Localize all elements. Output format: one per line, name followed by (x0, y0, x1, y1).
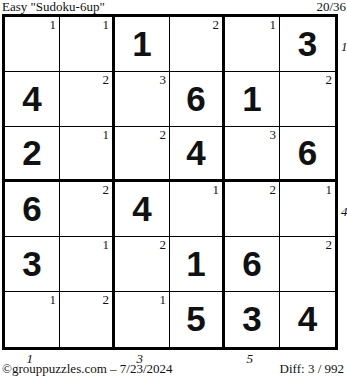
cell-r5c4[interactable]: 1 (170, 237, 225, 292)
cell-r1c1[interactable]: 1 (5, 17, 60, 72)
cell-r3c3[interactable]: 2 (115, 127, 170, 182)
corner-mark: 2 (103, 182, 110, 197)
cell-r6c6[interactable]: 4 (280, 292, 335, 347)
puzzle-page: Easy "Sudoku-6up" 20/36 1112134236122124… (0, 0, 347, 381)
given-digit: 3 (22, 246, 41, 283)
row-label-4: 4 (341, 205, 347, 219)
cell-r4c3[interactable]: 4 (115, 182, 170, 237)
page-title: Easy "Sudoku-6up" (2, 0, 105, 14)
cell-r3c1[interactable]: 2 (5, 127, 60, 182)
corner-mark: 1 (213, 182, 220, 197)
given-digit: 3 (242, 301, 261, 338)
corner-mark: 2 (326, 72, 333, 87)
given-digit: 1 (132, 26, 151, 63)
cell-r1c4[interactable]: 2 (170, 17, 225, 72)
cell-r2c4[interactable]: 6 (170, 72, 225, 127)
cell-r5c5[interactable]: 6 (225, 237, 280, 292)
cell-r2c1[interactable]: 4 (5, 72, 60, 127)
corner-mark: 3 (160, 72, 167, 87)
sudoku-grid: 111213423612212436624121312162121534 (2, 14, 338, 350)
cell-r2c5[interactable]: 1 (225, 72, 280, 127)
cell-r5c1[interactable]: 3 (5, 237, 60, 292)
given-digit: 1 (186, 246, 205, 283)
page-indicator: 20/36 (316, 0, 346, 14)
cell-r6c1[interactable]: 1 (5, 292, 60, 347)
cell-r2c6[interactable]: 2 (280, 72, 335, 127)
corner-mark: 1 (50, 17, 57, 32)
cell-r4c2[interactable]: 2 (60, 182, 115, 237)
corner-mark: 1 (103, 17, 110, 32)
cell-r6c3[interactable]: 1 (115, 292, 170, 347)
given-digit: 6 (298, 135, 317, 172)
given-digit: 4 (186, 135, 205, 172)
given-digit: 4 (298, 301, 317, 338)
row-label-1: 1 (341, 40, 347, 54)
cell-r6c5[interactable]: 3 (225, 292, 280, 347)
corner-mark: 1 (103, 237, 110, 252)
cell-r1c3[interactable]: 1 (115, 17, 170, 72)
corner-mark: 2 (103, 292, 110, 307)
cell-r4c5[interactable]: 2 (225, 182, 280, 237)
col-label-3: 3 (137, 352, 144, 366)
cell-r1c6[interactable]: 3 (280, 17, 335, 72)
given-digit: 2 (22, 135, 41, 172)
cell-r5c2[interactable]: 1 (60, 237, 115, 292)
corner-mark: 2 (160, 237, 167, 252)
given-digit: 5 (186, 301, 205, 338)
cell-r3c2[interactable]: 1 (60, 127, 115, 182)
cell-r3c5[interactable]: 3 (225, 127, 280, 182)
col-label-1: 1 (27, 352, 34, 366)
cell-r5c3[interactable]: 2 (115, 237, 170, 292)
col-label-5: 5 (247, 352, 254, 366)
cell-r4c6[interactable]: 1 (280, 182, 335, 237)
given-digit: 4 (22, 81, 41, 118)
given-digit: 4 (132, 191, 151, 228)
cell-r2c3[interactable]: 3 (115, 72, 170, 127)
corner-mark: 3 (270, 127, 277, 142)
cell-r6c4[interactable]: 5 (170, 292, 225, 347)
cell-r4c1[interactable]: 6 (5, 182, 60, 237)
cell-r5c6[interactable]: 2 (280, 237, 335, 292)
given-digit: 6 (22, 191, 41, 228)
given-digit: 3 (298, 26, 317, 63)
corner-mark: 2 (103, 72, 110, 87)
corner-mark: 2 (160, 127, 167, 142)
corner-mark: 1 (270, 17, 277, 32)
cell-r1c2[interactable]: 1 (60, 17, 115, 72)
difficulty-text: Diff: 3 / 992 (280, 361, 344, 376)
cell-r1c5[interactable]: 1 (225, 17, 280, 72)
cell-r4c4[interactable]: 1 (170, 182, 225, 237)
corner-mark: 1 (103, 127, 110, 142)
corner-mark: 2 (213, 17, 220, 32)
cell-r6c2[interactable]: 2 (60, 292, 115, 347)
corner-mark: 2 (270, 182, 277, 197)
cell-r3c6[interactable]: 6 (280, 127, 335, 182)
cell-r3c4[interactable]: 4 (170, 127, 225, 182)
cell-r2c2[interactable]: 2 (60, 72, 115, 127)
given-digit: 6 (242, 246, 261, 283)
corner-mark: 1 (326, 182, 333, 197)
given-digit: 6 (186, 81, 205, 118)
corner-mark: 2 (326, 237, 333, 252)
corner-mark: 1 (160, 292, 167, 307)
given-digit: 1 (242, 81, 261, 118)
corner-mark: 1 (50, 292, 57, 307)
